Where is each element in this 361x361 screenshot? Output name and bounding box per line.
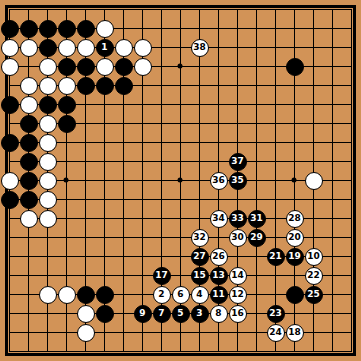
stone-black-c15-r14-move-21: 21 [267, 248, 285, 266]
stone-black-c16-r14-move-19: 19 [286, 248, 304, 266]
stone-white-c3-r10 [39, 172, 57, 190]
stone-white-c6-r2 [96, 20, 114, 38]
stone-black-c6-r5 [96, 77, 114, 95]
stone-white-c17-r14-move-10: 10 [305, 248, 323, 266]
stone-white-c12-r10-move-36: 36 [210, 172, 228, 190]
stone-black-c2-r11 [20, 191, 38, 209]
stone-black-c2-r9 [20, 153, 38, 171]
stone-black-c7-r5 [115, 77, 133, 95]
stone-white-c12-r17-move-8: 8 [210, 305, 228, 323]
stone-black-c13-r10-move-35: 35 [229, 172, 247, 190]
stone-white-c17-r10 [305, 172, 323, 190]
stone-white-c2-r12 [20, 210, 38, 228]
stone-black-c2-r7 [20, 115, 38, 133]
stone-black-c6-r16 [96, 286, 114, 304]
stone-black-c4-r2 [58, 20, 76, 38]
stone-white-c3-r12 [39, 210, 57, 228]
stone-white-c6-r4 [96, 58, 114, 76]
stone-white-c3-r4 [39, 58, 57, 76]
stone-white-c16-r18-move-18: 18 [286, 324, 304, 342]
stone-black-c13-r12-move-33: 33 [229, 210, 247, 228]
stone-black-c12-r15-move-13: 13 [210, 267, 228, 285]
stone-white-c11-r16-move-4: 4 [191, 286, 209, 304]
stone-white-c5-r3 [77, 39, 95, 57]
stone-black-c11-r17-move-3: 3 [191, 305, 209, 323]
stone-black-c9-r17-move-7: 7 [153, 305, 171, 323]
stone-black-c11-r15-move-15: 15 [191, 267, 209, 285]
stone-black-c4-r7 [58, 115, 76, 133]
go-board-stones: 1234567891011121314151617181920212223242… [0, 0, 361, 361]
stone-black-c14-r13-move-29: 29 [248, 229, 266, 247]
stone-white-c16-r13-move-20: 20 [286, 229, 304, 247]
stone-white-c13-r17-move-16: 16 [229, 305, 247, 323]
stone-black-c2-r2 [20, 20, 38, 38]
stone-black-c13-r9-move-37: 37 [229, 153, 247, 171]
stone-black-c3-r2 [39, 20, 57, 38]
stone-white-c4-r3 [58, 39, 76, 57]
stone-white-c8-r4 [134, 58, 152, 76]
stone-black-c5-r4 [77, 58, 95, 76]
stone-white-c11-r13-move-32: 32 [191, 229, 209, 247]
stone-black-c1-r2 [1, 20, 19, 38]
stone-white-c8-r3 [134, 39, 152, 57]
stone-white-c17-r15-move-22: 22 [305, 267, 323, 285]
stone-white-c1-r10 [1, 172, 19, 190]
stone-white-c12-r14-move-26: 26 [210, 248, 228, 266]
stone-black-c16-r4 [286, 58, 304, 76]
stone-black-c2-r10 [20, 172, 38, 190]
stone-white-c4-r16 [58, 286, 76, 304]
stone-white-c3-r8 [39, 134, 57, 152]
stone-white-c10-r16-move-6: 6 [172, 286, 190, 304]
stone-white-c2-r3 [20, 39, 38, 57]
stone-white-c4-r5 [58, 77, 76, 95]
stone-black-c9-r15-move-17: 17 [153, 267, 171, 285]
stone-black-c2-r8 [20, 134, 38, 152]
stone-black-c10-r17-move-5: 5 [172, 305, 190, 323]
stone-black-c5-r16 [77, 286, 95, 304]
stone-black-c11-r14-move-27: 27 [191, 248, 209, 266]
stone-white-c13-r15-move-14: 14 [229, 267, 247, 285]
stone-white-c2-r6 [20, 96, 38, 114]
stone-white-c3-r5 [39, 77, 57, 95]
stone-white-c13-r13-move-30: 30 [229, 229, 247, 247]
stone-white-c15-r18-move-24: 24 [267, 324, 285, 342]
stone-black-c5-r5 [77, 77, 95, 95]
stone-white-c5-r18 [77, 324, 95, 342]
go-board[interactable]: 1234567891011121314151617181920212223242… [0, 0, 361, 361]
stone-white-c1-r4 [1, 58, 19, 76]
stone-black-c16-r16 [286, 286, 304, 304]
stone-white-c3-r7 [39, 115, 57, 133]
stone-black-c15-r17-move-23: 23 [267, 305, 285, 323]
stone-black-c7-r4 [115, 58, 133, 76]
stone-white-c3-r9 [39, 153, 57, 171]
stone-white-c2-r5 [20, 77, 38, 95]
stone-black-c6-r17 [96, 305, 114, 323]
stone-white-c12-r12-move-34: 34 [210, 210, 228, 228]
stone-black-c4-r4 [58, 58, 76, 76]
stone-black-c5-r2 [77, 20, 95, 38]
stone-white-c7-r3 [115, 39, 133, 57]
stone-white-c5-r17 [77, 305, 95, 323]
stone-black-c1-r11 [1, 191, 19, 209]
stone-white-c11-r3-move-38: 38 [191, 39, 209, 57]
stone-white-c13-r16-move-12: 12 [229, 286, 247, 304]
stone-white-c16-r12-move-28: 28 [286, 210, 304, 228]
stone-black-c17-r16-move-25: 25 [305, 286, 323, 304]
stone-white-c9-r16-move-2: 2 [153, 286, 171, 304]
stone-black-c6-r3-move-1: 1 [96, 39, 114, 57]
stone-black-c1-r6 [1, 96, 19, 114]
stone-black-c4-r6 [58, 96, 76, 114]
stone-black-c3-r3 [39, 39, 57, 57]
stone-black-c8-r17-move-9: 9 [134, 305, 152, 323]
stone-white-c3-r11 [39, 191, 57, 209]
stone-black-c14-r12-move-31: 31 [248, 210, 266, 228]
stone-black-c12-r16-move-11: 11 [210, 286, 228, 304]
stone-white-c3-r16 [39, 286, 57, 304]
stone-black-c3-r6 [39, 96, 57, 114]
stone-white-c1-r3 [1, 39, 19, 57]
stone-black-c1-r8 [1, 134, 19, 152]
